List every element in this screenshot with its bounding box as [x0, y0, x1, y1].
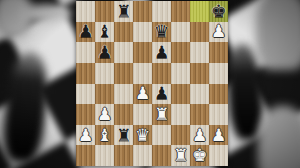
square-g8[interactable]: [190, 1, 209, 22]
black-pawn[interactable]: ♟: [95, 42, 114, 63]
white-rook[interactable]: ♜: [152, 104, 171, 125]
square-a1[interactable]: [76, 145, 95, 166]
square-a7[interactable]: ♟: [76, 22, 95, 43]
square-d5[interactable]: [133, 63, 152, 84]
black-queen[interactable]: ♛: [152, 22, 171, 43]
black-pawn[interactable]: ♟: [152, 42, 171, 63]
square-b5[interactable]: [95, 63, 114, 84]
square-c3[interactable]: [114, 104, 133, 125]
video-thumbnail: ♜♚♟♝♛♟♟♟♟♟♟♜♟♝♜♛♟♟♜♚: [0, 0, 300, 168]
square-d1[interactable]: [133, 145, 152, 166]
square-h8[interactable]: ♚: [209, 1, 228, 22]
square-c6[interactable]: [114, 42, 133, 63]
square-b4[interactable]: [95, 84, 114, 105]
square-a4[interactable]: [76, 84, 95, 105]
square-g2[interactable]: ♟: [190, 125, 209, 146]
black-king[interactable]: ♚: [209, 1, 228, 22]
square-g4[interactable]: [190, 84, 209, 105]
black-bishop[interactable]: ♝: [95, 22, 114, 43]
square-e1[interactable]: [152, 145, 171, 166]
square-g1[interactable]: ♚: [190, 145, 209, 166]
white-pawn[interactable]: ♟: [76, 125, 95, 146]
square-f1[interactable]: ♜: [171, 145, 190, 166]
square-b1[interactable]: [95, 145, 114, 166]
black-rook[interactable]: ♜: [114, 125, 133, 146]
square-h3[interactable]: [209, 104, 228, 125]
square-f4[interactable]: [171, 84, 190, 105]
square-e7[interactable]: ♛: [152, 22, 171, 43]
square-d3[interactable]: [133, 104, 152, 125]
white-king[interactable]: ♚: [190, 145, 209, 166]
square-d6[interactable]: [133, 42, 152, 63]
square-f2[interactable]: [171, 125, 190, 146]
square-b3[interactable]: ♟: [95, 104, 114, 125]
square-c7[interactable]: [114, 22, 133, 43]
white-pawn[interactable]: ♟: [209, 22, 228, 43]
square-d8[interactable]: [133, 1, 152, 22]
square-h5[interactable]: [209, 63, 228, 84]
square-e8[interactable]: [152, 1, 171, 22]
square-h1[interactable]: [209, 145, 228, 166]
square-e2[interactable]: [152, 125, 171, 146]
square-a6[interactable]: [76, 42, 95, 63]
square-c5[interactable]: [114, 63, 133, 84]
square-c8[interactable]: ♜: [114, 1, 133, 22]
white-queen[interactable]: ♛: [133, 125, 152, 146]
square-f7[interactable]: [171, 22, 190, 43]
square-g3[interactable]: [190, 104, 209, 125]
square-a3[interactable]: [76, 104, 95, 125]
square-d7[interactable]: [133, 22, 152, 43]
square-e5[interactable]: [152, 63, 171, 84]
square-c4[interactable]: [114, 84, 133, 105]
square-a8[interactable]: [76, 1, 95, 22]
black-pawn[interactable]: ♟: [152, 84, 171, 105]
white-pawn[interactable]: ♟: [190, 125, 209, 146]
white-pawn[interactable]: ♟: [133, 84, 152, 105]
square-a2[interactable]: ♟: [76, 125, 95, 146]
square-h2[interactable]: ♟: [209, 125, 228, 146]
square-b2[interactable]: ♝: [95, 125, 114, 146]
black-rook[interactable]: ♜: [114, 1, 133, 22]
square-h7[interactable]: ♟: [209, 22, 228, 43]
square-e6[interactable]: ♟: [152, 42, 171, 63]
square-c2[interactable]: ♜: [114, 125, 133, 146]
square-e4[interactable]: ♟: [152, 84, 171, 105]
square-b6[interactable]: ♟: [95, 42, 114, 63]
square-b8[interactable]: [95, 1, 114, 22]
square-a5[interactable]: [76, 63, 95, 84]
square-g5[interactable]: [190, 63, 209, 84]
chess-board[interactable]: ♜♚♟♝♛♟♟♟♟♟♟♜♟♝♜♛♟♟♜♚: [76, 1, 228, 166]
square-f8[interactable]: [171, 1, 190, 22]
white-bishop[interactable]: ♝: [95, 125, 114, 146]
square-h6[interactable]: [209, 42, 228, 63]
square-f3[interactable]: [171, 104, 190, 125]
square-f5[interactable]: [171, 63, 190, 84]
square-d4[interactable]: ♟: [133, 84, 152, 105]
white-pawn[interactable]: ♟: [95, 104, 114, 125]
black-pawn[interactable]: ♟: [76, 22, 95, 43]
square-e3[interactable]: ♜: [152, 104, 171, 125]
square-b7[interactable]: ♝: [95, 22, 114, 43]
square-f6[interactable]: [171, 42, 190, 63]
square-d2[interactable]: ♛: [133, 125, 152, 146]
square-c1[interactable]: [114, 145, 133, 166]
square-g7[interactable]: [190, 22, 209, 43]
white-rook[interactable]: ♜: [171, 145, 190, 166]
square-h4[interactable]: [209, 84, 228, 105]
white-pawn[interactable]: ♟: [209, 125, 228, 146]
square-g6[interactable]: [190, 42, 209, 63]
